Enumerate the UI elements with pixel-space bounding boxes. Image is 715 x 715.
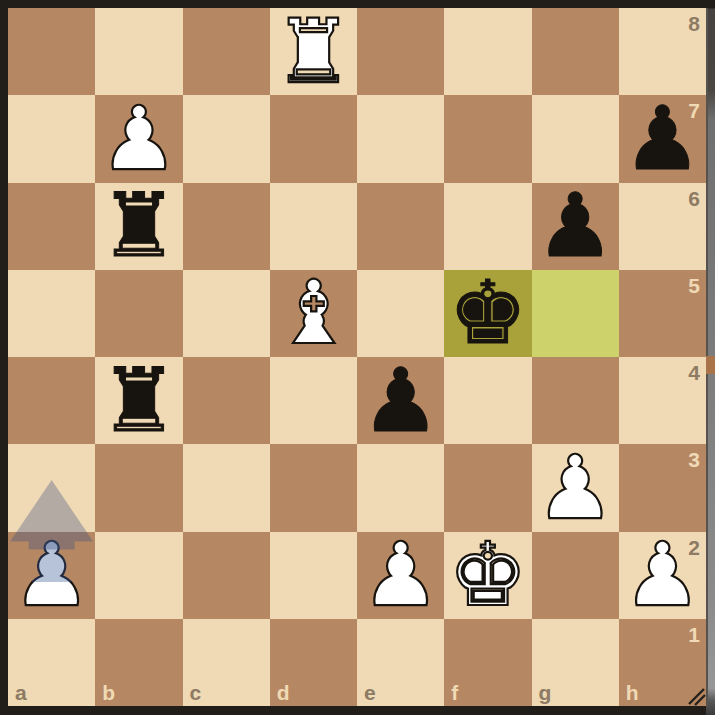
black-pawn[interactable]: ♟ <box>532 183 619 270</box>
black-rook[interactable]: ♜ <box>95 357 182 444</box>
square-d6[interactable] <box>270 183 357 270</box>
square-e8[interactable] <box>357 8 444 95</box>
square-b2[interactable] <box>95 532 182 619</box>
square-c3[interactable] <box>183 444 270 531</box>
square-d5[interactable]: ♝ <box>270 270 357 357</box>
file-label-e: e <box>364 681 376 705</box>
square-d8[interactable]: ♜ <box>270 8 357 95</box>
square-a4[interactable] <box>8 357 95 444</box>
square-f5[interactable]: ♚ <box>444 270 531 357</box>
square-e5[interactable] <box>357 270 444 357</box>
square-f1[interactable]: f <box>444 619 531 706</box>
square-h4[interactable]: 4 <box>619 357 706 444</box>
square-e7[interactable] <box>357 95 444 182</box>
square-c2[interactable] <box>183 532 270 619</box>
white-pawn[interactable]: ♟ <box>95 95 182 182</box>
square-a5[interactable] <box>8 270 95 357</box>
black-pawn[interactable]: ♟ <box>357 357 444 444</box>
rank-label-4: 4 <box>688 361 700 385</box>
file-label-g: g <box>539 681 552 705</box>
square-d4[interactable] <box>270 357 357 444</box>
board-resize-handle-icon[interactable] <box>686 686 706 706</box>
square-e2[interactable]: ♟ <box>357 532 444 619</box>
rank-label-6: 6 <box>688 187 700 211</box>
square-g7[interactable] <box>532 95 619 182</box>
square-g8[interactable] <box>532 8 619 95</box>
square-b6[interactable]: ♜ <box>95 183 182 270</box>
square-a8[interactable] <box>8 8 95 95</box>
square-d3[interactable] <box>270 444 357 531</box>
page-right-edge <box>706 0 715 715</box>
square-b1[interactable]: b <box>95 619 182 706</box>
square-f4[interactable] <box>444 357 531 444</box>
square-g5[interactable] <box>532 270 619 357</box>
square-a7[interactable] <box>8 95 95 182</box>
square-e1[interactable]: e <box>357 619 444 706</box>
square-d7[interactable] <box>270 95 357 182</box>
square-h3[interactable]: 3 <box>619 444 706 531</box>
black-rook[interactable]: ♜ <box>95 183 182 270</box>
square-h2[interactable]: ♟2 <box>619 532 706 619</box>
square-c1[interactable]: c <box>183 619 270 706</box>
square-c5[interactable] <box>183 270 270 357</box>
file-label-b: b <box>102 681 115 705</box>
file-label-h: h <box>626 681 639 705</box>
page-background: ♜8♟♟7♜♟6♝♚5♜♟4♟3♟♟♟♚♟2abcdefgh1 <box>0 0 715 715</box>
file-label-d: d <box>277 681 290 705</box>
square-h8[interactable]: 8 <box>619 8 706 95</box>
square-f7[interactable] <box>444 95 531 182</box>
square-f6[interactable] <box>444 183 531 270</box>
square-b8[interactable] <box>95 8 182 95</box>
square-f3[interactable] <box>444 444 531 531</box>
rank-label-8: 8 <box>688 12 700 36</box>
black-king[interactable]: ♚ <box>444 270 531 357</box>
square-g2[interactable] <box>532 532 619 619</box>
white-rook[interactable]: ♜ <box>270 8 357 95</box>
square-b3[interactable] <box>95 444 182 531</box>
white-bishop[interactable]: ♝ <box>270 270 357 357</box>
square-g6[interactable]: ♟ <box>532 183 619 270</box>
square-h7[interactable]: ♟7 <box>619 95 706 182</box>
white-king[interactable]: ♚ <box>444 532 531 619</box>
chess-board: ♜8♟♟7♜♟6♝♚5♜♟4♟3♟♟♟♚♟2abcdefgh1 <box>8 8 706 706</box>
square-d1[interactable]: d <box>270 619 357 706</box>
square-b5[interactable] <box>95 270 182 357</box>
square-h6[interactable]: 6 <box>619 183 706 270</box>
square-e4[interactable]: ♟ <box>357 357 444 444</box>
rank-label-5: 5 <box>688 274 700 298</box>
square-a1[interactable]: a <box>8 619 95 706</box>
square-c6[interactable] <box>183 183 270 270</box>
square-a6[interactable] <box>8 183 95 270</box>
square-g1[interactable]: g <box>532 619 619 706</box>
right-edge-notch <box>706 356 715 374</box>
square-e6[interactable] <box>357 183 444 270</box>
white-pawn[interactable]: ♟ <box>357 532 444 619</box>
square-f8[interactable] <box>444 8 531 95</box>
square-a3[interactable] <box>8 444 95 531</box>
square-c8[interactable] <box>183 8 270 95</box>
square-g4[interactable] <box>532 357 619 444</box>
square-e3[interactable] <box>357 444 444 531</box>
file-label-f: f <box>451 681 458 705</box>
square-d2[interactable] <box>270 532 357 619</box>
rank-label-1: 1 <box>688 623 700 647</box>
square-c7[interactable] <box>183 95 270 182</box>
square-h5[interactable]: 5 <box>619 270 706 357</box>
square-a2[interactable]: ♟♟ <box>8 532 95 619</box>
white-pawn[interactable]: ♟ <box>619 532 706 619</box>
file-label-a: a <box>15 681 27 705</box>
square-f2[interactable]: ♚ <box>444 532 531 619</box>
square-b4[interactable]: ♜ <box>95 357 182 444</box>
black-pawn[interactable]: ♟ <box>619 95 706 182</box>
rank-label-3: 3 <box>688 448 700 472</box>
white-pawn[interactable]: ♟ <box>532 444 619 531</box>
square-g3[interactable]: ♟ <box>532 444 619 531</box>
file-label-c: c <box>190 681 202 705</box>
square-b7[interactable]: ♟ <box>95 95 182 182</box>
square-c4[interactable] <box>183 357 270 444</box>
